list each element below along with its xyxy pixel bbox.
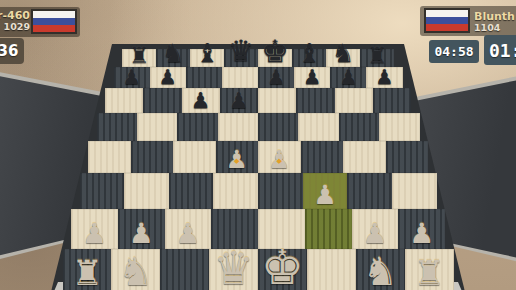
square-f3[interactable]: ♟ [303, 173, 348, 209]
board-row-rank-6: ♟♟ [105, 88, 411, 113]
square-g3[interactable] [347, 173, 392, 209]
square-d1[interactable]: ♛ [209, 249, 258, 290]
square-h2[interactable]: ♟ [398, 209, 445, 249]
board-row-rank-1: ♜♞♛♚♞♜ [63, 249, 454, 290]
piece-black-pawn[interactable]: ♟ [339, 68, 357, 87]
square-c4[interactable] [173, 141, 216, 173]
square-c6[interactable]: ♟ [182, 88, 220, 113]
board-row-rank-3: ♟ [80, 173, 437, 209]
piece-black-bishop[interactable]: ♝ [195, 42, 218, 66]
piece-white-knight[interactable]: ♞ [363, 254, 398, 290]
square-d6[interactable]: ♟ [220, 88, 258, 113]
piece-black-rook[interactable]: ♜ [129, 45, 149, 66]
russia-flag-icon [424, 8, 470, 33]
piece-black-pawn[interactable]: ♟ [229, 91, 249, 111]
gold-marker-icon: ◆ [277, 158, 282, 165]
black-clock: 01: [484, 35, 516, 65]
piece-white-pawn[interactable]: ♟ [313, 183, 337, 207]
piece-black-bishop[interactable]: ♝ [297, 42, 320, 66]
board-row-rank-7: ♟♟♟♟♟♟ [114, 67, 403, 88]
square-c7[interactable] [186, 67, 222, 88]
piece-black-knight[interactable]: ♞ [332, 42, 355, 65]
square-g1[interactable]: ♞ [356, 249, 405, 290]
gold-marker-icon: ◆ [234, 158, 239, 165]
square-e3[interactable] [258, 173, 303, 209]
square-e6[interactable] [258, 88, 296, 113]
board-row-rank-4: ♟◆♟◆ [88, 141, 428, 173]
square-g4[interactable] [343, 141, 386, 173]
square-b4[interactable] [131, 141, 174, 173]
square-g6[interactable] [335, 88, 373, 113]
square-h1[interactable]: ♜ [405, 249, 454, 290]
square-h7[interactable]: ♟ [366, 67, 402, 88]
white-clock: 04:58 [429, 40, 479, 63]
square-e4[interactable]: ♟◆ [258, 141, 301, 173]
piece-white-pawn[interactable]: ♟ [175, 221, 200, 247]
square-f4[interactable] [301, 141, 344, 173]
square-e5[interactable] [258, 113, 298, 142]
square-c1[interactable] [160, 249, 209, 290]
piece-black-king[interactable]: ♚ [261, 37, 289, 65]
square-a2[interactable]: ♟ [71, 209, 118, 249]
square-f7[interactable]: ♟ [294, 67, 330, 88]
piece-black-knight[interactable]: ♞ [162, 42, 185, 65]
square-g2[interactable]: ♟ [352, 209, 399, 249]
square-d8[interactable]: ♛ [224, 49, 258, 67]
square-a1[interactable]: ♜ [63, 249, 112, 290]
chess-app-screen: ♜♞♝♛♚♝♞♜♟♟♟♟♟♟♟♟♟◆♟◆♟♟♟♟♟♟♜♞♛♚♞♜ r-460 1… [0, 0, 516, 290]
flag-stripe-white [33, 11, 75, 18]
square-a4[interactable] [88, 141, 131, 173]
flag-stripe-white [426, 10, 468, 17]
piece-white-knight[interactable]: ♞ [118, 254, 153, 290]
flag-stripe-blue [33, 18, 75, 25]
square-a5[interactable] [97, 113, 137, 142]
chess-board[interactable]: ♜♞♝♛♚♝♞♜♟♟♟♟♟♟♟♟♟◆♟◆♟♟♟♟♟♟♜♞♛♚♞♜ [0, 49, 516, 290]
piece-white-pawn[interactable]: ♟ [362, 221, 387, 247]
piece-white-king[interactable]: ♚ [261, 246, 304, 290]
square-b2[interactable]: ♟ [118, 209, 165, 249]
piece-white-rook[interactable]: ♜ [414, 258, 445, 290]
piece-white-pawn[interactable]: ♟ [82, 221, 107, 247]
square-h5[interactable] [379, 113, 419, 142]
board-row-rank-2: ♟♟♟♟♟ [71, 209, 445, 249]
square-a6[interactable] [105, 88, 143, 113]
piece-black-queen[interactable]: ♛ [228, 38, 254, 65]
square-b6[interactable] [143, 88, 181, 113]
piece-white-pawn[interactable]: ♟ [409, 221, 434, 247]
square-d4[interactable]: ♟◆ [216, 141, 259, 173]
russia-flag-icon [31, 9, 77, 34]
piece-black-pawn[interactable]: ♟ [122, 68, 140, 87]
square-f6[interactable] [296, 88, 334, 113]
piece-white-rook[interactable]: ♜ [71, 258, 102, 290]
flag-stripe-blue [426, 17, 468, 24]
square-c3[interactable] [169, 173, 214, 209]
square-e1[interactable]: ♚ [258, 249, 307, 290]
piece-black-rook[interactable]: ♜ [367, 45, 387, 66]
flag-stripe-red [33, 25, 75, 32]
square-b3[interactable] [124, 173, 169, 209]
left-player-rating: 1029 [0, 21, 30, 32]
square-a3[interactable] [80, 173, 125, 209]
square-b1[interactable]: ♞ [111, 249, 160, 290]
piece-black-pawn[interactable]: ♟ [267, 68, 285, 87]
piece-white-queen[interactable]: ♛ [213, 248, 254, 290]
flag-stripe-red [426, 24, 468, 31]
square-b7[interactable]: ♟ [150, 67, 186, 88]
square-h3[interactable] [392, 173, 437, 209]
square-c2[interactable]: ♟ [165, 209, 212, 249]
piece-black-pawn[interactable]: ♟ [375, 68, 393, 87]
square-c5[interactable] [177, 113, 217, 142]
right-player-rating: 1104 [474, 22, 500, 33]
square-d5[interactable] [218, 113, 258, 142]
square-d7[interactable] [222, 67, 258, 88]
square-h4[interactable] [386, 141, 429, 173]
piece-black-pawn[interactable]: ♟ [303, 68, 321, 87]
piece-black-pawn[interactable]: ♟ [159, 68, 177, 87]
move-counter-badge: 36 [0, 38, 24, 64]
square-c8[interactable]: ♝ [190, 49, 224, 67]
square-g5[interactable] [339, 113, 379, 142]
square-f2[interactable] [305, 209, 352, 249]
board-row-rank-5 [97, 113, 420, 142]
piece-black-pawn[interactable]: ♟ [191, 91, 211, 111]
piece-white-pawn[interactable]: ♟ [129, 221, 154, 247]
square-h6[interactable] [373, 88, 411, 113]
square-a7[interactable]: ♟ [114, 67, 150, 88]
square-g7[interactable]: ♟ [330, 67, 366, 88]
square-f1[interactable] [307, 249, 356, 290]
square-e7[interactable]: ♟ [258, 67, 294, 88]
square-b5[interactable] [137, 113, 177, 142]
square-f5[interactable] [298, 113, 338, 142]
square-d3[interactable] [213, 173, 258, 209]
